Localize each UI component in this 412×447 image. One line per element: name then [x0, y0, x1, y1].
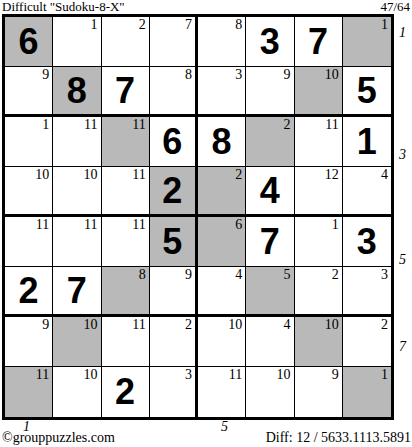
cell-corner-number: 9 — [332, 367, 339, 383]
cell-r5c5[interactable]: 6 — [198, 217, 246, 267]
cell-r1c6[interactable]: 3 — [246, 17, 294, 67]
cell-corner-number: 11 — [36, 367, 49, 383]
cell-r2c4[interactable]: 8 — [150, 67, 198, 117]
cell-r1c2[interactable]: 1 — [53, 17, 101, 67]
cell-corner-number: 4 — [235, 267, 242, 283]
cell-corner-number: 10 — [84, 167, 98, 183]
cell-r2c3[interactable]: 7 — [102, 67, 150, 117]
row-label-1: 1 — [399, 25, 406, 41]
cell-corner-number: 11 — [229, 367, 242, 383]
row-label-7: 7 — [399, 339, 406, 355]
cell-value: 7 — [246, 217, 293, 266]
cell-corner-number: 1 — [381, 17, 388, 33]
empty-cells-counter: 47/64 — [380, 0, 410, 15]
cell-r6c5[interactable]: 4 — [198, 267, 246, 317]
cell-value: 7 — [295, 17, 342, 66]
cell-value: 2 — [150, 167, 195, 214]
cell-value: 3 — [343, 217, 391, 266]
cell-corner-number: 2 — [332, 267, 339, 283]
cell-corner-number: 11 — [36, 217, 49, 233]
cell-r3c3[interactable]: 11 — [102, 117, 150, 167]
cell-r7c2[interactable]: 10 — [53, 317, 101, 367]
cell-corner-number: 1 — [42, 117, 49, 133]
cell-corner-number: 3 — [185, 367, 192, 383]
cell-corner-number: 3 — [381, 267, 388, 283]
cell-corner-number: 10 — [228, 317, 242, 333]
cell-r7c5[interactable]: 10 — [198, 317, 246, 367]
cell-r6c2[interactable]: 7 — [53, 267, 101, 317]
cell-r4c2[interactable]: 10 — [53, 167, 101, 217]
cell-r7c8[interactable]: 2 — [343, 317, 391, 367]
cell-r6c3[interactable]: 8 — [102, 267, 150, 317]
cell-r1c3[interactable]: 2 — [102, 17, 150, 67]
cell-r5c3[interactable]: 11 — [102, 217, 150, 267]
cell-r6c7[interactable]: 2 — [295, 267, 343, 317]
cell-corner-number: 12 — [325, 167, 339, 183]
row-label-5: 5 — [399, 252, 406, 268]
cell-r2c1[interactable]: 9 — [5, 67, 53, 117]
cell-r8c6[interactable]: 10 — [246, 367, 294, 417]
cell-corner-number: 3 — [235, 67, 242, 83]
cell-corner-number: 4 — [284, 317, 291, 333]
cell-r7c7[interactable]: 10 — [295, 317, 343, 367]
cell-r8c2[interactable]: 10 — [53, 367, 101, 417]
cell-r5c1[interactable]: 11 — [5, 217, 53, 267]
cell-r5c4[interactable]: 5 — [150, 217, 198, 267]
copyright-text: ©grouppuzzles.com — [2, 430, 115, 446]
cell-corner-number: 9 — [42, 67, 49, 83]
cell-r2c5[interactable]: 3 — [198, 67, 246, 117]
cell-r5c6[interactable]: 7 — [246, 217, 294, 267]
cell-r6c1[interactable]: 2 — [5, 267, 53, 317]
cell-r7c3[interactable]: 11 — [102, 317, 150, 367]
cell-r2c8[interactable]: 5 — [343, 67, 391, 117]
cell-value: 6 — [150, 117, 195, 166]
cell-corner-number: 10 — [84, 367, 98, 383]
cell-value: 3 — [246, 17, 293, 66]
cell-corner-number: 2 — [139, 17, 146, 33]
cell-corner-number: 2 — [381, 317, 388, 333]
cell-r1c4[interactable]: 7 — [150, 17, 198, 67]
cell-value: 5 — [150, 217, 195, 266]
cell-r4c5[interactable]: 2 — [198, 167, 246, 217]
cell-corner-number: 2 — [235, 167, 242, 183]
puzzle-title: Difficult "Sudoku-8-X" — [2, 0, 125, 15]
cell-r4c6[interactable]: 4 — [246, 167, 294, 217]
cell-r4c7[interactable]: 12 — [295, 167, 343, 217]
cell-r4c1[interactable]: 10 — [5, 167, 53, 217]
cell-corner-number: 10 — [325, 67, 339, 83]
cell-corner-number: 10 — [277, 367, 291, 383]
difficulty-text: Diff: 12 / 5633.1113.5891 — [266, 430, 411, 446]
cell-corner-number: 9 — [284, 67, 291, 83]
cell-value: 1 — [343, 117, 391, 166]
cell-corner-number: 11 — [84, 217, 97, 233]
cell-corner-number: 8 — [139, 267, 146, 283]
cell-r8c8[interactable]: 1 — [343, 367, 391, 417]
cell-r3c5[interactable]: 8 — [198, 117, 246, 167]
cell-corner-number: 11 — [132, 317, 145, 333]
cell-r8c5[interactable]: 11 — [198, 367, 246, 417]
cell-corner-number: 2 — [284, 117, 291, 133]
cell-value: 2 — [102, 367, 149, 417]
cell-corner-number: 2 — [185, 317, 192, 333]
cell-r1c1[interactable]: 6 — [5, 17, 53, 67]
cell-r4c8[interactable]: 4 — [343, 167, 391, 217]
cell-r2c2[interactable]: 8 — [53, 67, 101, 117]
cell-r4c3[interactable]: 11 — [102, 167, 150, 217]
cell-r1c8[interactable]: 1 — [343, 17, 391, 67]
cell-value: 2 — [5, 267, 52, 314]
cell-corner-number: 1 — [91, 17, 98, 33]
cell-r1c7[interactable]: 7 — [295, 17, 343, 67]
cell-r5c2[interactable]: 11 — [53, 217, 101, 267]
cell-value: 7 — [102, 67, 149, 114]
cell-r6c4[interactable]: 9 — [150, 267, 198, 317]
cell-r8c7[interactable]: 9 — [295, 367, 343, 417]
cell-r1c5[interactable]: 8 — [198, 17, 246, 67]
cell-corner-number: 8 — [185, 67, 192, 83]
cell-corner-number: 8 — [235, 17, 242, 33]
cell-value: 8 — [198, 117, 245, 166]
cell-r7c4[interactable]: 2 — [150, 317, 198, 367]
cell-corner-number: 4 — [381, 167, 388, 183]
cell-corner-number: 1 — [332, 217, 339, 233]
cell-corner-number: 10 — [84, 317, 98, 333]
cell-r5c7[interactable]: 1 — [295, 217, 343, 267]
col-label-5: 5 — [221, 419, 228, 435]
cell-value: 4 — [246, 167, 293, 214]
cell-r3c7[interactable]: 11 — [295, 117, 343, 167]
cell-r7c6[interactable]: 4 — [246, 317, 294, 367]
cell-corner-number: 11 — [325, 117, 338, 133]
cell-r7c1[interactable]: 9 — [5, 317, 53, 367]
cell-corner-number: 11 — [132, 217, 145, 233]
cell-r3c8[interactable]: 1 — [343, 117, 391, 167]
cell-r2c6[interactable]: 9 — [246, 67, 294, 117]
cell-corner-number: 11 — [84, 117, 97, 133]
cell-value: 5 — [343, 67, 391, 114]
cell-r4c4[interactable]: 2 — [150, 167, 198, 217]
row-label-3: 3 — [399, 147, 406, 163]
cell-corner-number: 10 — [325, 317, 339, 333]
cell-corner-number: 11 — [132, 167, 145, 183]
cell-r8c3[interactable]: 2 — [102, 367, 150, 417]
cell-corner-number: 11 — [132, 117, 145, 133]
cell-value: 6 — [5, 17, 52, 66]
cell-r8c4[interactable]: 3 — [150, 367, 198, 417]
cell-corner-number: 5 — [284, 267, 291, 283]
cell-r6c8[interactable]: 3 — [343, 267, 391, 317]
cell-r8c1[interactable]: 11 — [5, 367, 53, 417]
cell-value: 7 — [53, 267, 100, 314]
cell-r6c6[interactable]: 5 — [246, 267, 294, 317]
cell-r3c1[interactable]: 1 — [5, 117, 53, 167]
cell-value: 8 — [53, 67, 100, 114]
cell-corner-number: 7 — [185, 17, 192, 33]
cell-r5c8[interactable]: 3 — [343, 217, 391, 267]
cell-corner-number: 1 — [381, 367, 388, 383]
cell-r3c6[interactable]: 2 — [246, 117, 294, 167]
cell-corner-number: 6 — [235, 217, 242, 233]
cell-r2c7[interactable]: 10 — [295, 67, 343, 117]
cell-r3c2[interactable]: 11 — [53, 117, 101, 167]
sudoku-grid: 6127837198783910511111682111101011224124… — [2, 14, 394, 420]
cell-corner-number: 9 — [185, 267, 192, 283]
cell-corner-number: 9 — [42, 317, 49, 333]
cell-r3c4[interactable]: 6 — [150, 117, 198, 167]
cell-corner-number: 10 — [35, 167, 49, 183]
